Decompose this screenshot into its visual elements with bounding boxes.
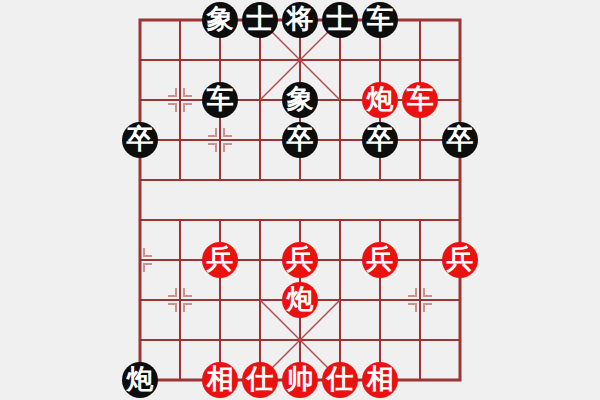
point-marker-corner [223, 143, 232, 152]
piece-red-elephant[interactable]: 相 [362, 362, 398, 398]
point-marker-corner [143, 248, 152, 257]
piece-black-elephant[interactable]: 象 [202, 2, 238, 38]
point-marker [408, 288, 432, 312]
point-marker-corner [423, 288, 432, 297]
point-marker [128, 248, 152, 272]
point-marker [208, 128, 232, 152]
piece-black-advisor[interactable]: 士 [242, 2, 278, 38]
point-marker-corner [208, 143, 217, 152]
piece-black-advisor[interactable]: 士 [322, 2, 358, 38]
piece-red-chariot[interactable]: 车 [402, 82, 438, 118]
piece-red-soldier[interactable]: 兵 [442, 242, 478, 278]
point-marker-corner [168, 288, 177, 297]
point-marker-corner [143, 263, 152, 272]
piece-black-chariot[interactable]: 车 [202, 82, 238, 118]
piece-red-advisor[interactable]: 仕 [242, 362, 278, 398]
point-marker-corner [168, 303, 177, 312]
piece-red-cannon[interactable]: 炮 [282, 282, 318, 318]
point-marker-corner [168, 103, 177, 112]
point-marker-corner [183, 88, 192, 97]
piece-red-general[interactable]: 帅 [282, 362, 318, 398]
piece-red-advisor[interactable]: 仕 [322, 362, 358, 398]
point-marker-corner [183, 288, 192, 297]
point-marker-corner [183, 303, 192, 312]
xiangqi-app-screen: 象士将士车车象炮车卒卒卒卒兵兵兵兵炮炮相仕帅仕相 [0, 0, 600, 400]
piece-black-chariot[interactable]: 车 [362, 2, 398, 38]
point-marker-corner [408, 303, 417, 312]
point-marker-corner [223, 128, 232, 137]
piece-black-elephant[interactable]: 象 [282, 82, 318, 118]
piece-black-soldier[interactable]: 卒 [442, 122, 478, 158]
point-marker [168, 288, 192, 312]
piece-black-general[interactable]: 将 [282, 2, 318, 38]
piece-red-soldier[interactable]: 兵 [282, 242, 318, 278]
piece-black-soldier[interactable]: 卒 [282, 122, 318, 158]
xiangqi-board[interactable]: 象士将士车车象炮车卒卒卒卒兵兵兵兵炮炮相仕帅仕相 [120, 0, 480, 400]
piece-red-cannon[interactable]: 炮 [362, 82, 398, 118]
point-marker-corner [208, 128, 217, 137]
piece-black-cannon[interactable]: 炮 [122, 362, 158, 398]
point-marker [168, 88, 192, 112]
piece-black-soldier[interactable]: 卒 [362, 122, 398, 158]
piece-red-soldier[interactable]: 兵 [202, 242, 238, 278]
point-marker-corner [183, 103, 192, 112]
point-marker-corner [168, 88, 177, 97]
point-marker-corner [423, 303, 432, 312]
piece-black-soldier[interactable]: 卒 [122, 122, 158, 158]
piece-red-soldier[interactable]: 兵 [362, 242, 398, 278]
piece-red-elephant[interactable]: 相 [202, 362, 238, 398]
point-marker-corner [408, 288, 417, 297]
